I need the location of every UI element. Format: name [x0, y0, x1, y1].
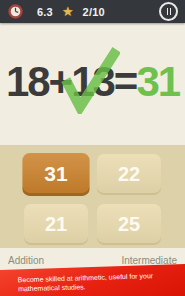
- answer-button-21[interactable]: 21: [24, 204, 88, 245]
- info-banner-text: Become skilled at arithmetic, useful for…: [18, 271, 170, 294]
- answer-button-22[interactable]: 22: [97, 154, 161, 195]
- info-banner: Become skilled at arithmetic, useful for…: [0, 264, 185, 296]
- game-screen: 6.3 ★ 2/10 18+13=31 31 22 21 25 Addition…: [0, 0, 185, 296]
- equation-expression: 18+13=: [6, 58, 137, 105]
- answer-panel: 31 22 21 25: [0, 145, 185, 248]
- category-label: Addition: [8, 255, 44, 266]
- answer-button-31[interactable]: 31: [22, 153, 89, 196]
- score-counter: 2/10: [83, 6, 105, 18]
- elapsed-time: 6.3: [37, 6, 53, 18]
- answer-button-25[interactable]: 25: [97, 204, 161, 245]
- equation: 18+13=31: [0, 60, 185, 104]
- top-bar: 6.3 ★ 2/10: [0, 0, 185, 23]
- timer-clock-icon: [8, 4, 23, 19]
- choice-grid: 31 22 21 25: [24, 154, 161, 245]
- pause-button[interactable]: [159, 2, 178, 21]
- star-icon: ★: [62, 5, 74, 18]
- equation-result: 31: [136, 58, 179, 105]
